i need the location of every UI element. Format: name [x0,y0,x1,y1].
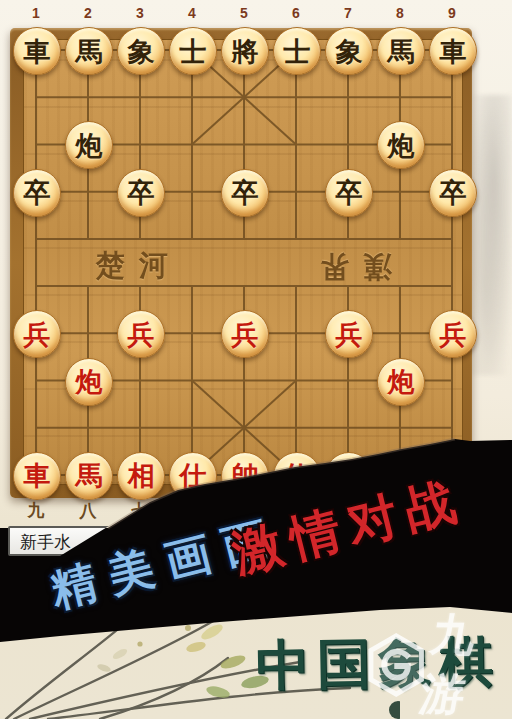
file-number-top: 3 [127,5,153,21]
file-number-bottom: 七 [127,499,153,522]
piece-black-卒[interactable]: 卒 [13,169,61,217]
piece-black-卒[interactable]: 卒 [429,169,477,217]
piece-red-兵[interactable]: 兵 [325,310,373,358]
piece-character: 卒 [440,179,467,206]
file-number-top: 1 [23,5,49,21]
watermark-text: 九游 [416,606,512,719]
piece-character: 仕 [284,462,311,489]
piece-character: 象 [336,38,363,65]
store-watermark: 九游 [368,606,512,719]
piece-black-卒[interactable]: 卒 [325,169,373,217]
piece-black-馬[interactable]: 馬 [377,27,425,75]
piece-black-象[interactable]: 象 [117,27,165,75]
file-number-top: 8 [387,5,413,21]
piece-red-仕[interactable]: 仕 [273,452,321,500]
file-number-top: 5 [231,5,257,21]
file-number-top: 9 [439,5,465,21]
piece-character: 炮 [388,368,415,395]
piece-character: 士 [180,38,207,65]
piece-red-馬[interactable]: 馬 [65,452,113,500]
piece-character: 馬 [76,462,103,489]
piece-red-兵[interactable]: 兵 [221,310,269,358]
piece-red-相[interactable]: 相 [117,452,165,500]
piece-character: 炮 [76,132,103,159]
piece-character: 炮 [388,132,415,159]
piece-character: 車 [24,38,51,65]
piece-black-車[interactable]: 車 [429,27,477,75]
file-number-top: 6 [283,5,309,21]
piece-character: 兵 [440,321,467,348]
piece-red-仕[interactable]: 仕 [169,452,217,500]
piece-character: 相 [128,462,155,489]
piece-black-士[interactable]: 士 [169,27,217,75]
piece-black-卒[interactable]: 卒 [221,169,269,217]
piece-character: 炮 [76,368,103,395]
piece-red-炮[interactable]: 炮 [65,358,113,406]
file-number-top: 4 [179,5,205,21]
file-number-bottom: 六 [179,499,205,522]
piece-red-兵[interactable]: 兵 [117,310,165,358]
piece-character: 卒 [128,179,155,206]
file-number-top: 7 [335,5,361,21]
piece-character: 將 [232,38,259,65]
piece-character: 兵 [336,321,363,348]
piece-character: 相 [336,462,363,489]
piece-red-兵[interactable]: 兵 [13,310,61,358]
piece-red-兵[interactable]: 兵 [429,310,477,358]
piece-character: 兵 [128,321,155,348]
watermark-hexagon-icon [368,633,424,697]
piece-black-馬[interactable]: 馬 [65,27,113,75]
piece-character: 仕 [180,462,207,489]
piece-character: 象 [128,38,155,65]
piece-black-士[interactable]: 士 [273,27,321,75]
piece-character: 馬 [388,38,415,65]
piece-red-炮[interactable]: 炮 [377,358,425,406]
file-number-bottom: 八 [75,499,101,522]
piece-black-將[interactable]: 將 [221,27,269,75]
river-label-left: 楚河 [96,246,182,286]
piece-character: 卒 [24,179,51,206]
file-number-bottom: 九 [23,499,49,522]
file-number-top: 2 [75,5,101,21]
piece-character: 馬 [76,38,103,65]
piece-character: 帥 [232,462,259,489]
piece-character: 卒 [232,179,259,206]
piece-black-車[interactable]: 車 [13,27,61,75]
piece-character: 兵 [24,321,51,348]
piece-black-卒[interactable]: 卒 [117,169,165,217]
piece-black-象[interactable]: 象 [325,27,373,75]
piece-character: 士 [284,38,311,65]
piece-red-帥[interactable]: 帥 [221,452,269,500]
xiangqi-board[interactable] [10,28,472,498]
xiangqi-app-screen: 楚河 漢界 123456789 九八七六五四三二一 車馬象士將士象馬車炮炮卒卒卒… [0,0,512,719]
piece-character: 兵 [232,321,259,348]
piece-character: 車 [24,462,51,489]
board-wood-field [23,39,463,485]
piece-character: 車 [440,38,467,65]
piece-character: 卒 [336,179,363,206]
river-label-right: 漢界 [306,246,392,286]
piece-red-車[interactable]: 車 [13,452,61,500]
